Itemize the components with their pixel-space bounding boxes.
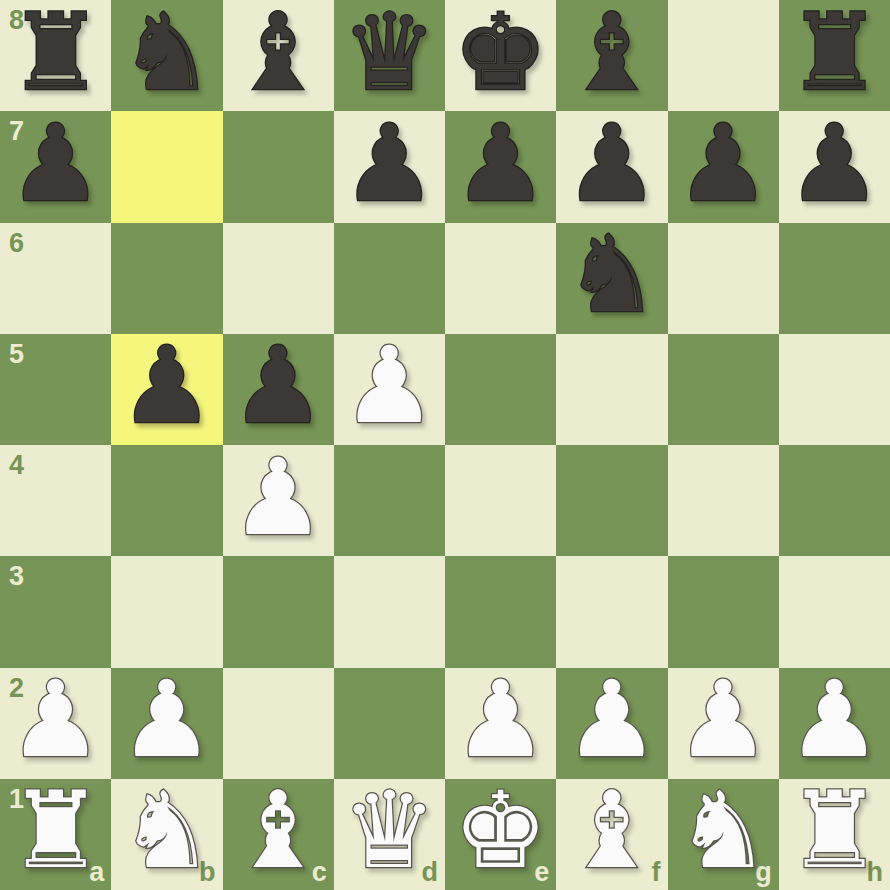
black-queen[interactable]: ♛ [342,0,437,106]
black-pawn[interactable]: ♟ [119,333,214,439]
square-b6[interactable] [111,223,222,334]
square-b2[interactable]: ♟ [111,668,222,779]
black-rook[interactable]: ♜ [8,0,103,106]
square-c5[interactable]: ♟ [223,334,334,445]
square-c6[interactable] [223,223,334,334]
rank-label-5: 5 [9,341,24,368]
square-d2[interactable] [334,668,445,779]
white-rook[interactable]: ♜ [8,778,103,884]
black-pawn[interactable]: ♟ [564,111,659,217]
square-d5[interactable]: ♟ [334,334,445,445]
square-h3[interactable] [779,556,890,667]
square-b3[interactable] [111,556,222,667]
white-pawn[interactable]: ♟ [787,667,882,773]
white-knight[interactable]: ♞ [119,778,214,884]
square-a3[interactable]: 3 [0,556,111,667]
black-bishop[interactable]: ♝ [564,0,659,106]
square-f2[interactable]: ♟ [556,668,667,779]
square-d1[interactable]: d♛ [334,779,445,890]
white-knight[interactable]: ♞ [676,778,771,884]
black-pawn[interactable]: ♟ [787,111,882,217]
square-b4[interactable] [111,445,222,556]
square-a4[interactable]: 4 [0,445,111,556]
black-knight[interactable]: ♞ [564,222,659,328]
square-f4[interactable] [556,445,667,556]
square-g8[interactable] [668,0,779,111]
black-knight[interactable]: ♞ [119,0,214,106]
black-rook[interactable]: ♜ [787,0,882,106]
square-d8[interactable]: ♛ [334,0,445,111]
square-d4[interactable] [334,445,445,556]
square-e8[interactable]: ♚ [445,0,556,111]
square-g1[interactable]: g♞ [668,779,779,890]
square-f3[interactable] [556,556,667,667]
white-pawn[interactable]: ♟ [119,667,214,773]
square-e7[interactable]: ♟ [445,111,556,222]
square-e6[interactable] [445,223,556,334]
white-bishop[interactable]: ♝ [564,778,659,884]
square-h1[interactable]: h♜ [779,779,890,890]
square-d7[interactable]: ♟ [334,111,445,222]
rank-label-3: 3 [9,563,24,590]
white-pawn[interactable]: ♟ [564,667,659,773]
black-king[interactable]: ♚ [453,0,548,106]
square-b1[interactable]: b♞ [111,779,222,890]
square-e4[interactable] [445,445,556,556]
white-queen[interactable]: ♛ [342,778,437,884]
square-h2[interactable]: ♟ [779,668,890,779]
square-a2[interactable]: 2♟ [0,668,111,779]
white-pawn[interactable]: ♟ [453,667,548,773]
white-pawn[interactable]: ♟ [342,333,437,439]
square-f5[interactable] [556,334,667,445]
square-g5[interactable] [668,334,779,445]
square-a5[interactable]: 5 [0,334,111,445]
rank-label-6: 6 [9,230,24,257]
square-h6[interactable] [779,223,890,334]
black-pawn[interactable]: ♟ [453,111,548,217]
square-c1[interactable]: c♝ [223,779,334,890]
white-pawn[interactable]: ♟ [231,445,326,551]
square-f7[interactable]: ♟ [556,111,667,222]
black-pawn[interactable]: ♟ [676,111,771,217]
white-rook[interactable]: ♜ [787,778,882,884]
square-a7[interactable]: 7♟ [0,111,111,222]
square-g2[interactable]: ♟ [668,668,779,779]
square-e5[interactable] [445,334,556,445]
rank-label-4: 4 [9,452,24,479]
square-b7[interactable] [111,111,222,222]
square-g3[interactable] [668,556,779,667]
square-c3[interactable] [223,556,334,667]
square-d3[interactable] [334,556,445,667]
square-h8[interactable]: ♜ [779,0,890,111]
square-c2[interactable] [223,668,334,779]
square-d6[interactable] [334,223,445,334]
square-h4[interactable] [779,445,890,556]
black-pawn[interactable]: ♟ [342,111,437,217]
square-f8[interactable]: ♝ [556,0,667,111]
square-e2[interactable]: ♟ [445,668,556,779]
square-h5[interactable] [779,334,890,445]
square-g6[interactable] [668,223,779,334]
black-pawn[interactable]: ♟ [231,333,326,439]
square-a1[interactable]: 1a♜ [0,779,111,890]
square-b5[interactable]: ♟ [111,334,222,445]
square-e1[interactable]: e♚ [445,779,556,890]
square-a8[interactable]: 8♜ [0,0,111,111]
square-h7[interactable]: ♟ [779,111,890,222]
square-e3[interactable] [445,556,556,667]
square-a6[interactable]: 6 [0,223,111,334]
square-g4[interactable] [668,445,779,556]
square-c7[interactable] [223,111,334,222]
square-f6[interactable]: ♞ [556,223,667,334]
chess-board: 8♜♞♝♛♚♝♜7♟♟♟♟♟♟6♞5♟♟♟4♟32♟♟♟♟♟♟1a♜b♞c♝d♛… [0,0,890,890]
square-c4[interactable]: ♟ [223,445,334,556]
white-pawn[interactable]: ♟ [676,667,771,773]
square-c8[interactable]: ♝ [223,0,334,111]
white-bishop[interactable]: ♝ [231,778,326,884]
white-pawn[interactable]: ♟ [8,667,103,773]
square-f1[interactable]: f♝ [556,779,667,890]
square-g7[interactable]: ♟ [668,111,779,222]
black-pawn[interactable]: ♟ [8,111,103,217]
square-b8[interactable]: ♞ [111,0,222,111]
black-bishop[interactable]: ♝ [231,0,326,106]
white-king[interactable]: ♚ [453,778,548,884]
